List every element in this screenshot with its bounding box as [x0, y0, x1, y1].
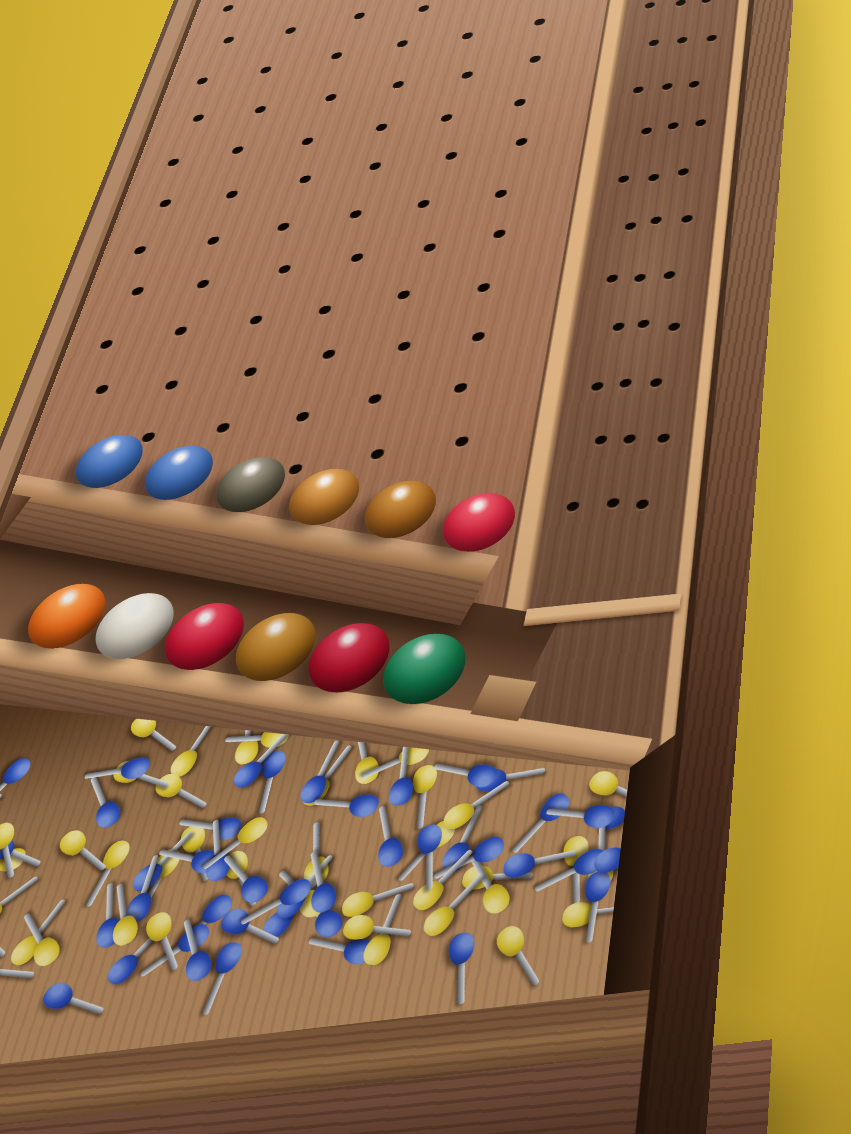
pin-blue[interactable]: [0, 754, 37, 820]
pin-blue[interactable]: [416, 821, 444, 894]
pin-blue[interactable]: [542, 799, 618, 831]
photo-scene: [0, 0, 851, 1134]
game-board-box: [0, 0, 800, 1134]
pin-blue[interactable]: [427, 754, 500, 791]
pin-shaft: [0, 929, 6, 957]
pin-shaft: [0, 968, 35, 977]
pin-head: [418, 821, 443, 856]
pin-head: [449, 930, 475, 967]
pin-head: [584, 768, 623, 800]
pin-blue[interactable]: [447, 929, 477, 1008]
pin-shaft: [0, 793, 1, 817]
pin-head: [93, 797, 124, 832]
pin-blue[interactable]: [310, 789, 384, 819]
pin-head: [211, 942, 247, 974]
pin-yellow[interactable]: [490, 920, 549, 994]
pin-head: [38, 980, 78, 1012]
pin-yellow[interactable]: [0, 956, 40, 989]
pin-shaft: [0, 875, 39, 911]
pin-head: [0, 754, 36, 787]
pin-blue[interactable]: [37, 978, 111, 1025]
